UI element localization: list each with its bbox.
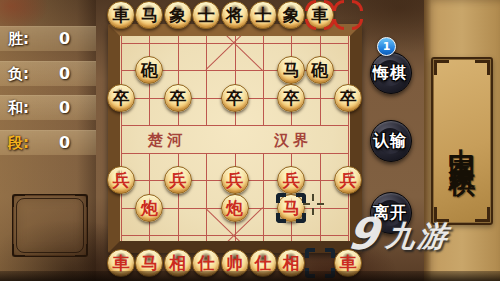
xiangqi-piece-black-将[interactable]: 将: [221, 1, 249, 29]
losses-label: 负:: [8, 65, 29, 84]
board-cursor-crosshair-icon: [303, 194, 324, 215]
draws-value: 0: [59, 98, 70, 117]
grid-line: [121, 153, 348, 154]
xiangqi-piece-black-卒[interactable]: 卒: [221, 84, 249, 112]
xiangqi-piece-black-卒[interactable]: 卒: [334, 84, 362, 112]
leave-button-label: 离开: [362, 203, 418, 224]
stat-row-wins: 胜: 0: [0, 26, 96, 51]
avatar-frame: [12, 194, 88, 257]
xiangqi-piece-red-兵[interactable]: 兵: [107, 166, 135, 194]
river-label-right: 汉界: [274, 131, 312, 150]
xiangqi-piece-black-象[interactable]: 象: [164, 1, 192, 29]
undo-button[interactable]: 悔棋 1: [362, 44, 418, 100]
wins-value: 0: [59, 29, 70, 48]
undo-button-label: 悔棋: [362, 63, 418, 84]
rank-label: 段:: [8, 134, 29, 153]
grid-line: [121, 125, 348, 126]
xiangqi-piece-black-車[interactable]: 車: [107, 1, 135, 29]
wins-label: 胜:: [8, 30, 29, 49]
xiangqi-piece-red-炮[interactable]: 炮: [135, 194, 163, 222]
game-title: 中国象棋: [433, 59, 491, 223]
xiangqi-piece-red-炮[interactable]: 炮: [221, 194, 249, 222]
rank-value: 0: [59, 133, 70, 152]
xiangqi-piece-black-士[interactable]: 士: [192, 1, 220, 29]
grid-line: [348, 36, 349, 241]
grid-line: [206, 36, 207, 125]
banner-strip: 中国象棋: [424, 0, 500, 281]
stats-panel: 胜: 0 负: 0 和: 0 段: 0: [0, 0, 96, 281]
leave-button[interactable]: 离开: [362, 184, 418, 240]
last-move-marker-red: [333, 0, 363, 30]
stat-row-losses: 负: 0: [0, 61, 96, 86]
grid-line: [263, 36, 264, 125]
game-title-banner: 中国象棋: [431, 57, 493, 225]
stat-row-rank: 段: 0: [0, 130, 96, 155]
grid-line: [178, 36, 179, 125]
xiangqi-piece-black-士[interactable]: 士: [249, 1, 277, 29]
bottom-shade: [0, 271, 500, 281]
xiangqi-piece-red-兵[interactable]: 兵: [221, 166, 249, 194]
last-move-marker-red: [305, 0, 335, 30]
losses-value: 0: [59, 64, 70, 83]
resign-button-label: 认输: [362, 131, 418, 152]
stat-row-draws: 和: 0: [0, 95, 96, 120]
xiangqi-piece-black-卒[interactable]: 卒: [277, 84, 305, 112]
last-move-marker-navy: [276, 193, 306, 223]
xiangqi-game-screen: 胜: 0 负: 0 和: 0 段: 0 楚河 汉界 車马象士将士象車砲马砲卒卒卒…: [0, 0, 500, 281]
river-label-left: 楚河: [148, 131, 186, 150]
grid-line: [121, 36, 122, 241]
grid-line: [263, 153, 264, 242]
xiangqi-piece-red-兵[interactable]: 兵: [164, 166, 192, 194]
xiangqi-piece-black-卒[interactable]: 卒: [164, 84, 192, 112]
draws-label: 和:: [8, 99, 29, 118]
undo-count-badge: 1: [377, 37, 396, 56]
grid-line: [206, 153, 207, 242]
xiangqi-piece-black-砲[interactable]: 砲: [306, 56, 334, 84]
resign-button[interactable]: 认输: [362, 112, 418, 168]
xiangqi-piece-red-兵[interactable]: 兵: [334, 166, 362, 194]
xiangqi-piece-black-卒[interactable]: 卒: [107, 84, 135, 112]
grid-line: [235, 36, 236, 125]
